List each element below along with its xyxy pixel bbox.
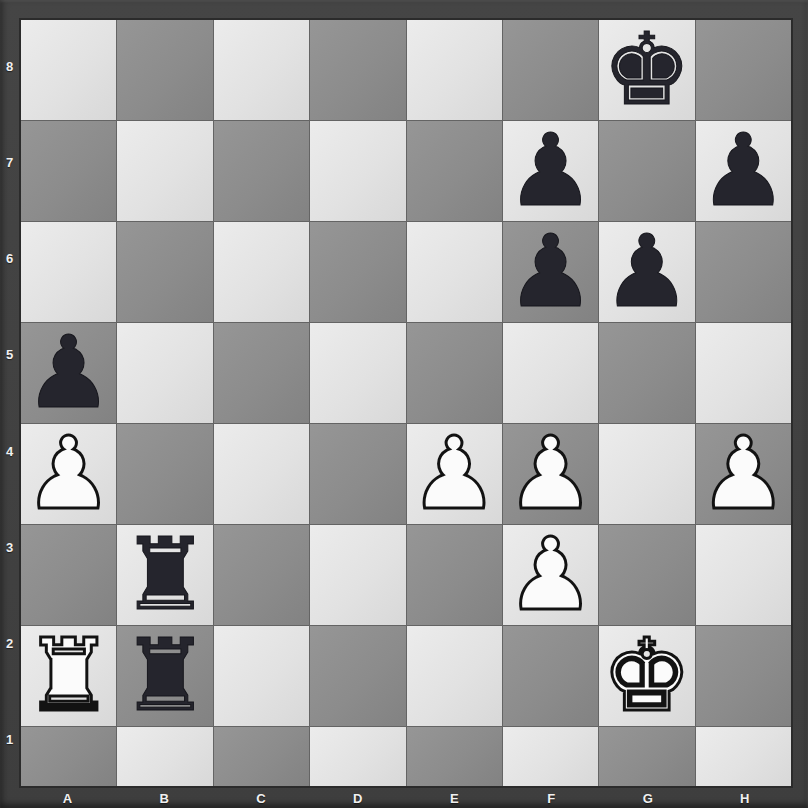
square-d6[interactable] xyxy=(310,222,405,322)
file-labels: ABCDEFGH xyxy=(19,788,793,808)
square-h6[interactable] xyxy=(696,222,791,322)
square-d2[interactable] xyxy=(310,626,405,726)
piece-black-pawn[interactable]: ♟ xyxy=(698,121,788,221)
square-f7[interactable]: ♟ xyxy=(503,121,598,221)
piece-white-pawn[interactable]: ♟ xyxy=(506,525,596,625)
piece-black-rook[interactable]: ♜ xyxy=(120,626,210,726)
piece-black-king[interactable]: ♚ xyxy=(602,20,692,120)
square-g4[interactable] xyxy=(599,424,694,524)
piece-black-pawn[interactable]: ♟ xyxy=(506,222,596,322)
square-b1[interactable] xyxy=(117,727,212,786)
rank-label-7: 7 xyxy=(0,114,19,210)
square-b3[interactable]: ♜ xyxy=(117,525,212,625)
piece-white-pawn[interactable]: ♟ xyxy=(24,424,114,524)
piece-white-pawn[interactable]: ♟ xyxy=(698,424,788,524)
square-a8[interactable] xyxy=(21,20,116,120)
rank-label-3: 3 xyxy=(0,499,19,595)
square-b7[interactable] xyxy=(117,121,212,221)
square-g8[interactable]: ♚ xyxy=(599,20,694,120)
square-h5[interactable] xyxy=(696,323,791,423)
rank-label-4: 4 xyxy=(0,403,19,499)
square-b6[interactable] xyxy=(117,222,212,322)
file-label-f: F xyxy=(503,788,600,808)
chess-board: ♚♟♟♟♟♟♟♟♟♟♜♟♜♜♚ xyxy=(19,18,793,788)
square-a1[interactable] xyxy=(21,727,116,786)
square-e2[interactable] xyxy=(407,626,502,726)
rank-label-1: 1 xyxy=(0,692,19,788)
square-a3[interactable] xyxy=(21,525,116,625)
square-e8[interactable] xyxy=(407,20,502,120)
square-g3[interactable] xyxy=(599,525,694,625)
piece-white-pawn[interactable]: ♟ xyxy=(409,424,499,524)
piece-black-pawn[interactable]: ♟ xyxy=(506,121,596,221)
piece-white-pawn[interactable]: ♟ xyxy=(506,424,596,524)
square-f2[interactable] xyxy=(503,626,598,726)
square-e6[interactable] xyxy=(407,222,502,322)
square-c1[interactable] xyxy=(214,727,309,786)
square-c2[interactable] xyxy=(214,626,309,726)
square-a7[interactable] xyxy=(21,121,116,221)
square-a5[interactable]: ♟ xyxy=(21,323,116,423)
file-label-g: G xyxy=(600,788,697,808)
file-label-a: A xyxy=(19,788,116,808)
square-c5[interactable] xyxy=(214,323,309,423)
square-a6[interactable] xyxy=(21,222,116,322)
file-label-c: C xyxy=(213,788,310,808)
square-b8[interactable] xyxy=(117,20,212,120)
square-f8[interactable] xyxy=(503,20,598,120)
square-d8[interactable] xyxy=(310,20,405,120)
rank-labels: 87654321 xyxy=(0,18,19,788)
square-b4[interactable] xyxy=(117,424,212,524)
rank-label-5: 5 xyxy=(0,307,19,403)
piece-white-king[interactable]: ♚ xyxy=(602,626,692,726)
square-b5[interactable] xyxy=(117,323,212,423)
square-g2[interactable]: ♚ xyxy=(599,626,694,726)
square-e3[interactable] xyxy=(407,525,502,625)
file-label-b: B xyxy=(116,788,213,808)
square-d7[interactable] xyxy=(310,121,405,221)
piece-black-pawn[interactable]: ♟ xyxy=(24,323,114,423)
square-f3[interactable]: ♟ xyxy=(503,525,598,625)
square-e5[interactable] xyxy=(407,323,502,423)
piece-white-rook[interactable]: ♜ xyxy=(24,626,114,726)
square-a4[interactable]: ♟ xyxy=(21,424,116,524)
rank-label-8: 8 xyxy=(0,18,19,114)
square-g1[interactable] xyxy=(599,727,694,786)
piece-black-rook[interactable]: ♜ xyxy=(120,525,210,625)
square-g5[interactable] xyxy=(599,323,694,423)
square-h8[interactable] xyxy=(696,20,791,120)
square-c8[interactable] xyxy=(214,20,309,120)
file-label-e: E xyxy=(406,788,503,808)
square-e1[interactable] xyxy=(407,727,502,786)
square-f4[interactable]: ♟ xyxy=(503,424,598,524)
square-h3[interactable] xyxy=(696,525,791,625)
square-g7[interactable] xyxy=(599,121,694,221)
square-h2[interactable] xyxy=(696,626,791,726)
square-d1[interactable] xyxy=(310,727,405,786)
file-label-h: H xyxy=(696,788,793,808)
square-e7[interactable] xyxy=(407,121,502,221)
square-f5[interactable] xyxy=(503,323,598,423)
square-c3[interactable] xyxy=(214,525,309,625)
square-h7[interactable]: ♟ xyxy=(696,121,791,221)
square-d5[interactable] xyxy=(310,323,405,423)
square-d3[interactable] xyxy=(310,525,405,625)
square-a2[interactable]: ♜ xyxy=(21,626,116,726)
square-b2[interactable]: ♜ xyxy=(117,626,212,726)
rank-label-6: 6 xyxy=(0,211,19,307)
square-e4[interactable]: ♟ xyxy=(407,424,502,524)
square-c6[interactable] xyxy=(214,222,309,322)
square-f1[interactable] xyxy=(503,727,598,786)
square-c4[interactable] xyxy=(214,424,309,524)
board-frame: 87654321 ♚♟♟♟♟♟♟♟♟♟♜♟♜♜♚ ABCDEFGH xyxy=(0,0,808,808)
square-g6[interactable]: ♟ xyxy=(599,222,694,322)
piece-black-pawn[interactable]: ♟ xyxy=(602,222,692,322)
square-c7[interactable] xyxy=(214,121,309,221)
rank-label-2: 2 xyxy=(0,596,19,692)
file-label-d: D xyxy=(309,788,406,808)
square-h1[interactable] xyxy=(696,727,791,786)
square-h4[interactable]: ♟ xyxy=(696,424,791,524)
square-d4[interactable] xyxy=(310,424,405,524)
square-f6[interactable]: ♟ xyxy=(503,222,598,322)
